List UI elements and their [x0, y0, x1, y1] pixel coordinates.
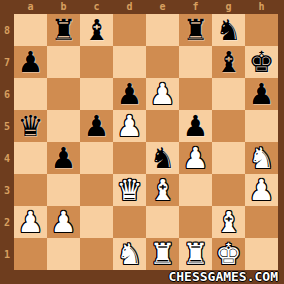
white-pawn-piece: ♟ — [18, 206, 44, 238]
file-label-d: d — [113, 0, 146, 14]
black-rook-piece: ♜ — [51, 14, 77, 46]
square-c4[interactable] — [80, 142, 113, 174]
white-bishop-piece: ♝ — [216, 206, 242, 238]
rank-label-3: 3 — [0, 174, 14, 206]
chess-board: ♜♝♜♞♟♝♚♟♟♟♛♟♟♟♟♞♟♞♛♝♟♟♟♝♞♜♜♚ — [14, 14, 278, 270]
rank-label-1: 1 — [0, 238, 14, 270]
black-pawn-piece: ♟ — [51, 142, 77, 174]
square-f7[interactable] — [179, 46, 212, 78]
file-label-a: a — [14, 0, 47, 14]
square-d6[interactable]: ♟ — [113, 78, 146, 110]
chessgames-branding: CHESSGAMES.COM — [168, 270, 278, 284]
square-h2[interactable] — [245, 206, 278, 238]
black-knight-piece: ♞ — [150, 142, 176, 174]
white-bishop-piece: ♝ — [150, 174, 176, 206]
black-king-piece: ♚ — [249, 46, 275, 78]
chess-board-diagram: abcdefgh 87654321 ♜♝♜♞♟♝♚♟♟♟♛♟♟♟♟♞♟♞♛♝♟♟… — [0, 0, 284, 284]
square-d3[interactable]: ♛ — [113, 174, 146, 206]
black-bishop-piece: ♝ — [84, 14, 110, 46]
square-f3[interactable] — [179, 174, 212, 206]
white-knight-piece: ♞ — [249, 142, 275, 174]
square-g2[interactable]: ♝ — [212, 206, 245, 238]
black-pawn-piece: ♟ — [249, 78, 275, 110]
square-g7[interactable]: ♝ — [212, 46, 245, 78]
square-b1[interactable] — [47, 238, 80, 270]
white-pawn-piece: ♟ — [51, 206, 77, 238]
square-c6[interactable] — [80, 78, 113, 110]
black-rook-piece: ♜ — [183, 14, 209, 46]
square-h1[interactable] — [245, 238, 278, 270]
white-rook-piece: ♜ — [150, 238, 176, 270]
rank-labels: 87654321 — [0, 14, 14, 270]
file-label-e: e — [146, 0, 179, 14]
square-b5[interactable] — [47, 110, 80, 142]
square-d2[interactable] — [113, 206, 146, 238]
file-labels: abcdefgh — [14, 0, 278, 14]
square-f2[interactable] — [179, 206, 212, 238]
square-d4[interactable] — [113, 142, 146, 174]
black-pawn-piece: ♟ — [117, 78, 143, 110]
square-e7[interactable] — [146, 46, 179, 78]
file-label-h: h — [245, 0, 278, 14]
square-g6[interactable] — [212, 78, 245, 110]
square-a2[interactable]: ♟ — [14, 206, 47, 238]
square-e2[interactable] — [146, 206, 179, 238]
square-c8[interactable]: ♝ — [80, 14, 113, 46]
square-b6[interactable] — [47, 78, 80, 110]
square-a5[interactable]: ♛ — [14, 110, 47, 142]
file-label-b: b — [47, 0, 80, 14]
square-f6[interactable] — [179, 78, 212, 110]
square-g5[interactable] — [212, 110, 245, 142]
square-e3[interactable]: ♝ — [146, 174, 179, 206]
white-knight-piece: ♞ — [117, 238, 143, 270]
black-bishop-piece: ♝ — [216, 46, 242, 78]
square-c3[interactable] — [80, 174, 113, 206]
square-b2[interactable]: ♟ — [47, 206, 80, 238]
white-pawn-piece: ♟ — [249, 174, 275, 206]
square-d7[interactable] — [113, 46, 146, 78]
white-rook-piece: ♜ — [183, 238, 209, 270]
square-e1[interactable]: ♜ — [146, 238, 179, 270]
rank-label-4: 4 — [0, 142, 14, 174]
white-king-piece: ♚ — [216, 238, 242, 270]
square-e8[interactable] — [146, 14, 179, 46]
rank-label-2: 2 — [0, 206, 14, 238]
square-f8[interactable]: ♜ — [179, 14, 212, 46]
square-e4[interactable]: ♞ — [146, 142, 179, 174]
square-f5[interactable]: ♟ — [179, 110, 212, 142]
square-c1[interactable] — [80, 238, 113, 270]
square-d1[interactable]: ♞ — [113, 238, 146, 270]
square-a8[interactable] — [14, 14, 47, 46]
square-d8[interactable] — [113, 14, 146, 46]
rank-label-6: 6 — [0, 78, 14, 110]
white-pawn-piece: ♟ — [183, 142, 209, 174]
black-pawn-piece: ♟ — [183, 110, 209, 142]
square-e5[interactable] — [146, 110, 179, 142]
file-label-g: g — [212, 0, 245, 14]
rank-label-8: 8 — [0, 14, 14, 46]
square-g8[interactable]: ♞ — [212, 14, 245, 46]
square-b3[interactable] — [47, 174, 80, 206]
square-c7[interactable] — [80, 46, 113, 78]
square-d5[interactable]: ♟ — [113, 110, 146, 142]
square-h8[interactable] — [245, 14, 278, 46]
file-label-f: f — [179, 0, 212, 14]
square-b8[interactable]: ♜ — [47, 14, 80, 46]
square-h4[interactable]: ♞ — [245, 142, 278, 174]
black-queen-piece: ♛ — [18, 110, 44, 142]
white-pawn-piece: ♟ — [150, 78, 176, 110]
square-f1[interactable]: ♜ — [179, 238, 212, 270]
square-h5[interactable] — [245, 110, 278, 142]
square-a4[interactable] — [14, 142, 47, 174]
white-queen-piece: ♛ — [117, 174, 143, 206]
square-g4[interactable] — [212, 142, 245, 174]
black-pawn-piece: ♟ — [84, 110, 110, 142]
square-b4[interactable]: ♟ — [47, 142, 80, 174]
square-a3[interactable] — [14, 174, 47, 206]
white-pawn-piece: ♟ — [117, 110, 143, 142]
square-c5[interactable]: ♟ — [80, 110, 113, 142]
square-a6[interactable] — [14, 78, 47, 110]
rank-label-5: 5 — [0, 110, 14, 142]
square-g1[interactable]: ♚ — [212, 238, 245, 270]
rank-label-7: 7 — [0, 46, 14, 78]
square-g3[interactable] — [212, 174, 245, 206]
file-label-c: c — [80, 0, 113, 14]
square-a7[interactable]: ♟ — [14, 46, 47, 78]
black-pawn-piece: ♟ — [18, 46, 44, 78]
square-e6[interactable]: ♟ — [146, 78, 179, 110]
square-h6[interactable]: ♟ — [245, 78, 278, 110]
square-f4[interactable]: ♟ — [179, 142, 212, 174]
square-b7[interactable] — [47, 46, 80, 78]
square-h7[interactable]: ♚ — [245, 46, 278, 78]
square-a1[interactable] — [14, 238, 47, 270]
black-knight-piece: ♞ — [216, 14, 242, 46]
square-h3[interactable]: ♟ — [245, 174, 278, 206]
square-c2[interactable] — [80, 206, 113, 238]
